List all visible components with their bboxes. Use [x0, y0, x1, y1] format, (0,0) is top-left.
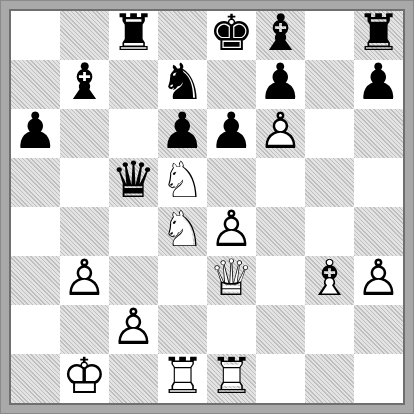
piece-black-pawn-e6[interactable]: ♟ — [207, 109, 256, 158]
square-g7[interactable] — [305, 60, 354, 109]
square-a1[interactable] — [11, 354, 60, 403]
piece-white-king-b1[interactable]: ♚♔ — [60, 354, 109, 403]
piece-black-pawn-a6[interactable]: ♟ — [11, 109, 60, 158]
square-e8[interactable]: ♚ — [207, 11, 256, 60]
square-f6[interactable]: ♟♙ — [256, 109, 305, 158]
black-piece-glyph: ♚ — [207, 9, 256, 58]
square-a8[interactable] — [11, 11, 60, 60]
square-d4[interactable]: ♞♘ — [158, 207, 207, 256]
square-a2[interactable] — [11, 305, 60, 354]
white-piece-outline: ♙ — [109, 303, 158, 352]
black-piece-glyph: ♜ — [109, 9, 158, 58]
piece-white-rook-d1[interactable]: ♜♖ — [158, 354, 207, 403]
square-a4[interactable] — [11, 207, 60, 256]
white-piece-outline: ♖ — [158, 352, 207, 401]
piece-white-pawn-h3[interactable]: ♟♙ — [354, 256, 403, 305]
black-piece-glyph: ♜ — [354, 9, 403, 58]
square-f4[interactable] — [256, 207, 305, 256]
square-h5[interactable] — [354, 158, 403, 207]
square-d1[interactable]: ♜♖ — [158, 354, 207, 403]
square-b1[interactable]: ♚♔ — [60, 354, 109, 403]
square-h1[interactable] — [354, 354, 403, 403]
white-piece-outline: ♙ — [207, 205, 256, 254]
piece-white-pawn-b3[interactable]: ♟♙ — [60, 256, 109, 305]
white-piece-outline: ♙ — [60, 254, 109, 303]
white-piece-outline: ♕ — [207, 254, 256, 303]
piece-white-queen-e3[interactable]: ♛♕ — [207, 256, 256, 305]
piece-white-rook-e1[interactable]: ♜♖ — [207, 354, 256, 403]
chess-board: ♜♚♝♜♝♞♟♟♟♟♟♟♙♛♞♘♞♘♟♙♟♙♛♕♝♗♟♙♟♙♚♔♜♖♜♖ — [11, 11, 403, 403]
black-piece-glyph: ♟ — [207, 107, 256, 156]
square-d3[interactable] — [158, 256, 207, 305]
square-c2[interactable]: ♟♙ — [109, 305, 158, 354]
piece-white-pawn-f6[interactable]: ♟♙ — [256, 109, 305, 158]
black-piece-glyph: ♞ — [158, 58, 207, 107]
square-a3[interactable] — [11, 256, 60, 305]
square-e3[interactable]: ♛♕ — [207, 256, 256, 305]
square-g1[interactable] — [305, 354, 354, 403]
black-piece-glyph: ♟ — [354, 58, 403, 107]
square-g6[interactable] — [305, 109, 354, 158]
square-c7[interactable] — [109, 60, 158, 109]
square-g2[interactable] — [305, 305, 354, 354]
square-h6[interactable] — [354, 109, 403, 158]
square-h2[interactable] — [354, 305, 403, 354]
black-piece-glyph: ♛ — [109, 156, 158, 205]
square-b5[interactable] — [60, 158, 109, 207]
square-f5[interactable] — [256, 158, 305, 207]
square-h7[interactable]: ♟ — [354, 60, 403, 109]
square-c8[interactable]: ♜ — [109, 11, 158, 60]
white-piece-outline: ♘ — [158, 156, 207, 205]
square-b7[interactable]: ♝ — [60, 60, 109, 109]
piece-white-bishop-g3[interactable]: ♝♗ — [305, 256, 354, 305]
black-piece-glyph: ♝ — [256, 9, 305, 58]
piece-black-queen-c5[interactable]: ♛ — [109, 158, 158, 207]
square-g8[interactable] — [305, 11, 354, 60]
square-c5[interactable]: ♛ — [109, 158, 158, 207]
piece-black-pawn-h7[interactable]: ♟ — [354, 60, 403, 109]
black-piece-glyph: ♝ — [60, 58, 109, 107]
square-e6[interactable]: ♟ — [207, 109, 256, 158]
piece-black-king-e8[interactable]: ♚ — [207, 11, 256, 60]
square-f1[interactable] — [256, 354, 305, 403]
piece-black-rook-c8[interactable]: ♜ — [109, 11, 158, 60]
square-f2[interactable] — [256, 305, 305, 354]
square-b3[interactable]: ♟♙ — [60, 256, 109, 305]
square-b6[interactable] — [60, 109, 109, 158]
square-a5[interactable] — [11, 158, 60, 207]
white-piece-outline: ♘ — [158, 205, 207, 254]
board-frame: ♜♚♝♜♝♞♟♟♟♟♟♟♙♛♞♘♞♘♟♙♟♙♛♕♝♗♟♙♟♙♚♔♜♖♜♖ — [0, 0, 414, 414]
board-inner-border: ♜♚♝♜♝♞♟♟♟♟♟♟♙♛♞♘♞♘♟♙♟♙♛♕♝♗♟♙♟♙♚♔♜♖♜♖ — [9, 9, 405, 405]
square-f3[interactable] — [256, 256, 305, 305]
piece-white-pawn-c2[interactable]: ♟♙ — [109, 305, 158, 354]
black-piece-glyph: ♟ — [158, 107, 207, 156]
square-g3[interactable]: ♝♗ — [305, 256, 354, 305]
white-piece-outline: ♔ — [60, 352, 109, 401]
square-a6[interactable]: ♟ — [11, 109, 60, 158]
chess-app: ♜♚♝♜♝♞♟♟♟♟♟♟♙♛♞♘♞♘♟♙♟♙♛♕♝♗♟♙♟♙♚♔♜♖♜♖ — [0, 0, 414, 414]
piece-white-knight-d4[interactable]: ♞♘ — [158, 207, 207, 256]
black-piece-glyph: ♟ — [11, 107, 60, 156]
square-c1[interactable] — [109, 354, 158, 403]
white-piece-outline: ♙ — [354, 254, 403, 303]
square-h3[interactable]: ♟♙ — [354, 256, 403, 305]
white-piece-outline: ♖ — [207, 352, 256, 401]
white-piece-outline: ♗ — [305, 254, 354, 303]
black-piece-glyph: ♟ — [256, 58, 305, 107]
square-c4[interactable] — [109, 207, 158, 256]
piece-black-bishop-b7[interactable]: ♝ — [60, 60, 109, 109]
white-piece-outline: ♙ — [256, 107, 305, 156]
square-g5[interactable] — [305, 158, 354, 207]
square-e1[interactable]: ♜♖ — [207, 354, 256, 403]
